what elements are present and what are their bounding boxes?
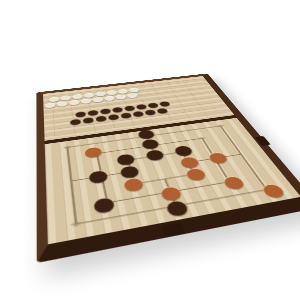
morris-piece-light[interactable]: ● xyxy=(219,173,248,192)
staging-piece-white[interactable]: ● xyxy=(68,99,80,106)
morris-piece-dark[interactable]: ● xyxy=(91,194,117,215)
morris-piece-dark[interactable]: ● xyxy=(118,163,142,180)
folding-game-board: ●●●●●●●● ●●●●●●●● ●●●●●●●● ●●●●●●●● xyxy=(36,73,300,263)
staging-piece-white[interactable]: ● xyxy=(126,92,139,99)
morris-piece-light[interactable]: ● xyxy=(83,145,104,160)
staging-piece-white[interactable]: ● xyxy=(56,100,68,107)
morris-piece-light[interactable]: ● xyxy=(182,165,209,183)
staging-piece-dark[interactable]: ● xyxy=(94,114,108,122)
morris-piece-light[interactable]: ● xyxy=(121,175,146,194)
board-frame: ●●●●●●●● ●●●●●●●● ●●●●●●●● ●●●●●●●● xyxy=(36,73,300,263)
staging-piece-dark[interactable]: ● xyxy=(69,118,82,127)
morris-piece-dark[interactable]: ● xyxy=(87,167,110,185)
morris-piece-light[interactable]: ● xyxy=(177,154,202,170)
front-clasp xyxy=(161,222,185,236)
morris-piece-dark[interactable]: ● xyxy=(171,143,195,158)
staging-piece-white[interactable]: ● xyxy=(80,98,92,105)
staging-piece-white[interactable]: ● xyxy=(103,95,116,102)
morris-piece-light[interactable]: ● xyxy=(205,150,231,166)
morris-piece-light[interactable]: ● xyxy=(258,181,289,201)
product-photo-scene: ●●●●●●●● ●●●●●●●● ●●●●●●●● ●●●●●●●● xyxy=(0,0,300,300)
morris-piece-dark[interactable]: ● xyxy=(143,147,167,162)
morris-piece-light[interactable]: ● xyxy=(157,183,184,203)
morris-piece-dark[interactable]: ● xyxy=(139,137,162,151)
morris-piece-dark[interactable]: ● xyxy=(163,197,192,219)
staging-piece-white[interactable]: ● xyxy=(44,102,56,109)
morris-piece-dark[interactable]: ● xyxy=(114,151,137,167)
staging-piece-dark[interactable]: ● xyxy=(82,116,95,124)
staging-piece-dark[interactable]: ● xyxy=(155,107,169,115)
